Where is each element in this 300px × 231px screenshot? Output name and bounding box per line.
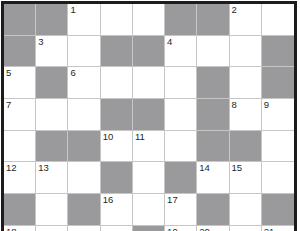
clue-number: 9	[264, 99, 269, 110]
letter-cell[interactable]	[197, 36, 229, 68]
letter-cell[interactable]	[165, 67, 197, 99]
block-cell	[197, 131, 229, 163]
letter-cell[interactable]: 11	[133, 131, 165, 163]
clue-number: 21	[264, 226, 275, 231]
clue-number: 19	[167, 226, 178, 231]
letter-cell[interactable]	[101, 67, 133, 99]
letter-cell[interactable]	[262, 4, 294, 36]
clue-number: 1	[70, 4, 75, 15]
clue-number: 11	[135, 131, 145, 142]
block-cell	[68, 194, 100, 226]
block-cell	[4, 36, 36, 68]
letter-cell[interactable]	[101, 226, 133, 231]
clue-number: 8	[232, 99, 237, 110]
letter-cell[interactable]	[101, 4, 133, 36]
letter-cell[interactable]: 21	[262, 226, 294, 231]
letter-cell[interactable]: 12	[4, 162, 36, 194]
letter-cell[interactable]	[36, 194, 68, 226]
block-cell	[197, 99, 229, 131]
block-cell	[101, 36, 133, 68]
block-cell	[4, 4, 36, 36]
letter-cell[interactable]	[262, 131, 294, 163]
letter-cell[interactable]: 6	[68, 67, 100, 99]
letter-cell[interactable]: 17	[165, 194, 197, 226]
block-cell	[197, 67, 229, 99]
letter-cell[interactable]	[68, 36, 100, 68]
letter-cell[interactable]	[133, 194, 165, 226]
block-cell	[230, 131, 262, 163]
clue-number: 3	[38, 36, 43, 47]
letter-cell[interactable]	[165, 99, 197, 131]
letter-cell[interactable]: 14	[197, 162, 229, 194]
block-cell	[4, 194, 36, 226]
letter-cell[interactable]	[68, 226, 100, 231]
block-cell	[197, 194, 229, 226]
letter-cell[interactable]: 20	[197, 226, 229, 231]
letter-cell[interactable]	[36, 226, 68, 231]
clue-number: 7	[6, 99, 11, 110]
letter-cell[interactable]	[68, 162, 100, 194]
block-cell	[68, 131, 100, 163]
crossword-board: 123456789101112131415161718192021	[1, 1, 297, 231]
block-cell	[262, 36, 294, 68]
block-cell	[133, 99, 165, 131]
letter-cell[interactable]: 10	[101, 131, 133, 163]
clue-number: 16	[103, 194, 114, 205]
letter-cell[interactable]: 15	[230, 162, 262, 194]
letter-cell[interactable]	[230, 226, 262, 231]
block-cell	[165, 4, 197, 36]
letter-cell[interactable]	[4, 131, 36, 163]
letter-cell[interactable]	[68, 99, 100, 131]
clue-number: 4	[167, 36, 172, 47]
letter-cell[interactable]: 5	[4, 67, 36, 99]
block-cell	[133, 226, 165, 231]
clue-number: 5	[6, 67, 11, 78]
crossword-screenshot: 123456789101112131415161718192021	[0, 0, 300, 231]
block-cell	[36, 67, 68, 99]
letter-cell[interactable]	[133, 4, 165, 36]
letter-cell[interactable]	[133, 162, 165, 194]
letter-cell[interactable]	[230, 36, 262, 68]
letter-cell[interactable]: 19	[165, 226, 197, 231]
block-cell	[197, 4, 229, 36]
letter-cell[interactable]: 7	[4, 99, 36, 131]
clue-number: 12	[6, 162, 17, 173]
clue-number: 2	[232, 4, 237, 15]
letter-cell[interactable]: 9	[262, 99, 294, 131]
letter-cell[interactable]	[165, 131, 197, 163]
letter-cell[interactable]: 18	[4, 226, 36, 231]
clue-number: 18	[6, 226, 17, 231]
block-cell	[36, 4, 68, 36]
block-cell	[262, 67, 294, 99]
letter-cell[interactable]	[262, 162, 294, 194]
letter-cell[interactable]	[133, 67, 165, 99]
block-cell	[101, 99, 133, 131]
letter-cell[interactable]: 3	[36, 36, 68, 68]
letter-cell[interactable]: 1	[68, 4, 100, 36]
clue-number: 13	[38, 162, 49, 173]
clue-number: 17	[167, 194, 178, 205]
block-cell	[262, 194, 294, 226]
block-cell	[36, 131, 68, 163]
clue-number: 6	[70, 67, 75, 78]
letter-cell[interactable]	[230, 194, 262, 226]
letter-cell[interactable]	[230, 67, 262, 99]
block-cell	[101, 162, 133, 194]
letter-cell[interactable]: 16	[101, 194, 133, 226]
block-cell	[165, 162, 197, 194]
letter-cell[interactable]: 13	[36, 162, 68, 194]
letter-cell[interactable]: 4	[165, 36, 197, 68]
clue-number: 20	[199, 226, 210, 231]
clue-number: 14	[199, 162, 210, 173]
clue-number: 10	[103, 131, 114, 142]
letter-cell[interactable]	[36, 99, 68, 131]
block-cell	[133, 36, 165, 68]
clue-number: 15	[232, 162, 243, 173]
letter-cell[interactable]: 8	[230, 99, 262, 131]
letter-cell[interactable]: 2	[230, 4, 262, 36]
